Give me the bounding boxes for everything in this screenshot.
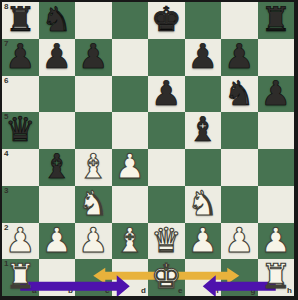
square-f3[interactable] xyxy=(185,186,222,223)
square-e2[interactable] xyxy=(148,223,185,260)
file-label-c: c xyxy=(105,287,109,295)
square-e5[interactable] xyxy=(148,112,185,149)
square-h6[interactable] xyxy=(258,76,295,113)
square-c8[interactable] xyxy=(75,2,112,39)
square-f5[interactable] xyxy=(185,112,222,149)
square-g4[interactable] xyxy=(221,149,258,186)
square-d6[interactable] xyxy=(112,76,149,113)
square-c5[interactable] xyxy=(75,112,112,149)
square-f6[interactable] xyxy=(185,76,222,113)
square-b8[interactable] xyxy=(39,2,76,39)
square-d8[interactable] xyxy=(112,2,149,39)
square-b7[interactable] xyxy=(39,39,76,76)
square-e7[interactable] xyxy=(148,39,185,76)
square-e1[interactable]: e xyxy=(148,259,185,296)
file-label-a: a xyxy=(32,287,36,295)
square-f4[interactable] xyxy=(185,149,222,186)
square-c2[interactable] xyxy=(75,223,112,260)
square-b2[interactable] xyxy=(39,223,76,260)
square-a2[interactable]: 2 xyxy=(2,223,39,260)
file-label-e: e xyxy=(178,287,182,295)
square-d5[interactable] xyxy=(112,112,149,149)
square-a4[interactable]: 4 xyxy=(2,149,39,186)
square-d1[interactable]: d xyxy=(112,259,149,296)
file-label-d: d xyxy=(141,287,146,295)
square-b3[interactable] xyxy=(39,186,76,223)
square-a8[interactable]: 8 xyxy=(2,2,39,39)
rank-label-3: 3 xyxy=(4,187,8,195)
square-g1[interactable]: g xyxy=(221,259,258,296)
square-b1[interactable]: b xyxy=(39,259,76,296)
square-a1[interactable]: 1a xyxy=(2,259,39,296)
square-f1[interactable]: f xyxy=(185,259,222,296)
square-a6[interactable]: 6 xyxy=(2,76,39,113)
square-c4[interactable] xyxy=(75,149,112,186)
square-g7[interactable] xyxy=(221,39,258,76)
square-c1[interactable]: c xyxy=(75,259,112,296)
square-f8[interactable] xyxy=(185,2,222,39)
square-d2[interactable] xyxy=(112,223,149,260)
rank-label-1: 1 xyxy=(4,260,8,268)
square-h4[interactable] xyxy=(258,149,295,186)
square-e4[interactable] xyxy=(148,149,185,186)
square-c7[interactable] xyxy=(75,39,112,76)
rank-label-5: 5 xyxy=(4,113,8,121)
square-d4[interactable] xyxy=(112,149,149,186)
rank-label-2: 2 xyxy=(4,224,8,232)
square-b4[interactable] xyxy=(39,149,76,186)
square-g6[interactable] xyxy=(221,76,258,113)
chess-board: 87654321abcdefgh xyxy=(2,2,294,296)
square-b6[interactable] xyxy=(39,76,76,113)
square-h3[interactable] xyxy=(258,186,295,223)
square-c6[interactable] xyxy=(75,76,112,113)
file-label-b: b xyxy=(68,287,73,295)
square-a3[interactable]: 3 xyxy=(2,186,39,223)
square-e8[interactable] xyxy=(148,2,185,39)
square-a7[interactable]: 7 xyxy=(2,39,39,76)
square-a5[interactable]: 5 xyxy=(2,112,39,149)
square-g2[interactable] xyxy=(221,223,258,260)
square-h5[interactable] xyxy=(258,112,295,149)
square-h8[interactable] xyxy=(258,2,295,39)
square-c3[interactable] xyxy=(75,186,112,223)
square-d7[interactable] xyxy=(112,39,149,76)
chess-board-frame: 87654321abcdefgh ♜♞♚♜♟♟♟♟♟♟♞♟♛♝♝♝♟♞♞♟♟♟♝… xyxy=(0,0,298,300)
square-e3[interactable] xyxy=(148,186,185,223)
file-label-h: h xyxy=(287,287,292,295)
square-e6[interactable] xyxy=(148,76,185,113)
square-g8[interactable] xyxy=(221,2,258,39)
rank-label-4: 4 xyxy=(4,150,8,158)
square-h1[interactable]: h xyxy=(258,259,295,296)
rank-label-6: 6 xyxy=(4,77,8,85)
square-d3[interactable] xyxy=(112,186,149,223)
square-g3[interactable] xyxy=(221,186,258,223)
file-label-g: g xyxy=(251,287,256,295)
square-h2[interactable] xyxy=(258,223,295,260)
square-g5[interactable] xyxy=(221,112,258,149)
square-h7[interactable] xyxy=(258,39,295,76)
square-f7[interactable] xyxy=(185,39,222,76)
rank-label-7: 7 xyxy=(4,40,8,48)
square-f2[interactable] xyxy=(185,223,222,260)
file-label-f: f xyxy=(216,287,219,295)
rank-label-8: 8 xyxy=(4,3,8,11)
square-b5[interactable] xyxy=(39,112,76,149)
